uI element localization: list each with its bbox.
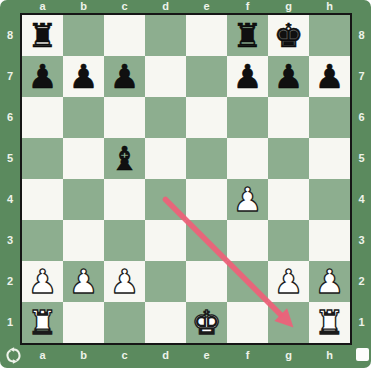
black-pawn-g7[interactable]: ♟ bbox=[268, 56, 309, 97]
white-pawn-f4[interactable]: ♟ bbox=[227, 179, 268, 220]
square-b7[interactable]: ♟ bbox=[63, 56, 104, 97]
file-label-b: b bbox=[63, 349, 104, 362]
square-h3[interactable] bbox=[309, 220, 350, 261]
white-pawn-a2[interactable]: ♟ bbox=[22, 261, 63, 302]
file-label-h: h bbox=[309, 0, 350, 13]
square-f5[interactable] bbox=[227, 138, 268, 179]
square-c7[interactable]: ♟ bbox=[104, 56, 145, 97]
square-f8[interactable]: ♜ bbox=[227, 15, 268, 56]
white-pawn-g2[interactable]: ♟ bbox=[268, 261, 309, 302]
square-h8[interactable] bbox=[309, 15, 350, 56]
square-e7[interactable] bbox=[186, 56, 227, 97]
square-f1[interactable] bbox=[227, 302, 268, 343]
square-d5[interactable] bbox=[145, 138, 186, 179]
board-frame: ♜♜♚♟♟♟♟♟♟♝♟♟♟♟♟♟♜♚♜ bbox=[20, 13, 352, 345]
turn-indicator-white bbox=[356, 348, 369, 361]
rank-label-6: 6 bbox=[0, 97, 20, 138]
square-c6[interactable] bbox=[104, 97, 145, 138]
file-label-c: c bbox=[104, 0, 145, 13]
square-b2[interactable]: ♟ bbox=[63, 261, 104, 302]
file-label-a: a bbox=[22, 349, 63, 362]
square-e5[interactable] bbox=[186, 138, 227, 179]
rank-label-5: 5 bbox=[352, 138, 371, 179]
square-h1[interactable]: ♜ bbox=[309, 302, 350, 343]
square-h5[interactable] bbox=[309, 138, 350, 179]
rank-label-4: 4 bbox=[352, 179, 371, 220]
rank-label-2: 2 bbox=[0, 261, 20, 302]
black-pawn-c7[interactable]: ♟ bbox=[104, 56, 145, 97]
square-g8[interactable]: ♚ bbox=[268, 15, 309, 56]
black-rook-f8[interactable]: ♜ bbox=[227, 15, 268, 56]
square-f6[interactable] bbox=[227, 97, 268, 138]
square-b8[interactable] bbox=[63, 15, 104, 56]
square-h7[interactable]: ♟ bbox=[309, 56, 350, 97]
square-h2[interactable]: ♟ bbox=[309, 261, 350, 302]
square-e2[interactable] bbox=[186, 261, 227, 302]
black-king-g8[interactable]: ♚ bbox=[268, 15, 309, 56]
square-h4[interactable] bbox=[309, 179, 350, 220]
square-e6[interactable] bbox=[186, 97, 227, 138]
white-pawn-h2[interactable]: ♟ bbox=[309, 261, 350, 302]
flip-board-icon[interactable] bbox=[5, 347, 22, 364]
file-label-e: e bbox=[186, 0, 227, 13]
rank-label-7: 7 bbox=[352, 56, 371, 97]
square-g7[interactable]: ♟ bbox=[268, 56, 309, 97]
black-pawn-a7[interactable]: ♟ bbox=[22, 56, 63, 97]
file-label-g: g bbox=[268, 0, 309, 13]
rank-label-3: 3 bbox=[352, 220, 371, 261]
square-b1[interactable] bbox=[63, 302, 104, 343]
rank-label-1: 1 bbox=[352, 302, 371, 343]
square-g5[interactable] bbox=[268, 138, 309, 179]
square-a3[interactable] bbox=[22, 220, 63, 261]
square-b3[interactable] bbox=[63, 220, 104, 261]
square-b6[interactable] bbox=[63, 97, 104, 138]
chess-board-panel: abcdefgh 87654321 ♜♜♚♟♟♟♟♟♟♝♟♟♟♟♟♟♜♚♜ 87… bbox=[0, 0, 371, 368]
white-rook-h1[interactable]: ♜ bbox=[309, 302, 350, 343]
square-d2[interactable] bbox=[145, 261, 186, 302]
black-rook-a8[interactable]: ♜ bbox=[22, 15, 63, 56]
square-a8[interactable]: ♜ bbox=[22, 15, 63, 56]
square-c4[interactable] bbox=[104, 179, 145, 220]
square-g4[interactable] bbox=[268, 179, 309, 220]
square-f4[interactable]: ♟ bbox=[227, 179, 268, 220]
square-a4[interactable] bbox=[22, 179, 63, 220]
square-e3[interactable] bbox=[186, 220, 227, 261]
square-g3[interactable] bbox=[268, 220, 309, 261]
square-d6[interactable] bbox=[145, 97, 186, 138]
file-label-e: e bbox=[186, 349, 227, 362]
square-c2[interactable]: ♟ bbox=[104, 261, 145, 302]
square-d7[interactable] bbox=[145, 56, 186, 97]
square-b5[interactable] bbox=[63, 138, 104, 179]
square-b4[interactable] bbox=[63, 179, 104, 220]
black-pawn-b7[interactable]: ♟ bbox=[63, 56, 104, 97]
rank-labels-right: 87654321 bbox=[352, 15, 371, 343]
rank-label-8: 8 bbox=[0, 15, 20, 56]
black-pawn-f7[interactable]: ♟ bbox=[227, 56, 268, 97]
file-label-g: g bbox=[268, 349, 309, 362]
black-bishop-c5[interactable]: ♝ bbox=[104, 138, 145, 179]
square-g6[interactable] bbox=[268, 97, 309, 138]
square-c3[interactable] bbox=[104, 220, 145, 261]
file-label-c: c bbox=[104, 349, 145, 362]
file-label-a: a bbox=[22, 0, 63, 13]
square-a7[interactable]: ♟ bbox=[22, 56, 63, 97]
square-g2[interactable]: ♟ bbox=[268, 261, 309, 302]
square-c1[interactable] bbox=[104, 302, 145, 343]
rank-label-1: 1 bbox=[0, 302, 20, 343]
black-pawn-h7[interactable]: ♟ bbox=[309, 56, 350, 97]
square-a2[interactable]: ♟ bbox=[22, 261, 63, 302]
square-d4[interactable] bbox=[145, 179, 186, 220]
square-c5[interactable]: ♝ bbox=[104, 138, 145, 179]
file-label-d: d bbox=[145, 0, 186, 13]
square-f3[interactable] bbox=[227, 220, 268, 261]
square-g1[interactable] bbox=[268, 302, 309, 343]
square-e1[interactable]: ♚ bbox=[186, 302, 227, 343]
square-a1[interactable]: ♜ bbox=[22, 302, 63, 343]
file-labels-top: abcdefgh bbox=[22, 0, 350, 13]
rank-label-5: 5 bbox=[0, 138, 20, 179]
white-pawn-c2[interactable]: ♟ bbox=[104, 261, 145, 302]
rank-label-3: 3 bbox=[0, 220, 20, 261]
file-labels-bottom: abcdefgh bbox=[22, 349, 350, 362]
square-a5[interactable] bbox=[22, 138, 63, 179]
white-rook-a1[interactable]: ♜ bbox=[22, 302, 63, 343]
square-d8[interactable] bbox=[145, 15, 186, 56]
square-d1[interactable] bbox=[145, 302, 186, 343]
file-label-f: f bbox=[227, 349, 268, 362]
square-c8[interactable] bbox=[104, 15, 145, 56]
square-d3[interactable] bbox=[145, 220, 186, 261]
file-label-h: h bbox=[309, 349, 350, 362]
square-a6[interactable] bbox=[22, 97, 63, 138]
white-king-e1[interactable]: ♚ bbox=[186, 302, 227, 343]
square-e8[interactable] bbox=[186, 15, 227, 56]
square-f2[interactable] bbox=[227, 261, 268, 302]
square-h6[interactable] bbox=[309, 97, 350, 138]
file-label-b: b bbox=[63, 0, 104, 13]
board-squares: ♜♜♚♟♟♟♟♟♟♝♟♟♟♟♟♟♜♚♜ bbox=[22, 15, 350, 343]
file-label-d: d bbox=[145, 349, 186, 362]
rank-label-4: 4 bbox=[0, 179, 20, 220]
rank-label-2: 2 bbox=[352, 261, 371, 302]
file-label-f: f bbox=[227, 0, 268, 13]
rank-label-7: 7 bbox=[0, 56, 20, 97]
square-f7[interactable]: ♟ bbox=[227, 56, 268, 97]
rank-label-6: 6 bbox=[352, 97, 371, 138]
rank-labels-left: 87654321 bbox=[0, 15, 20, 343]
square-e4[interactable] bbox=[186, 179, 227, 220]
rank-label-8: 8 bbox=[352, 15, 371, 56]
white-pawn-b2[interactable]: ♟ bbox=[63, 261, 104, 302]
